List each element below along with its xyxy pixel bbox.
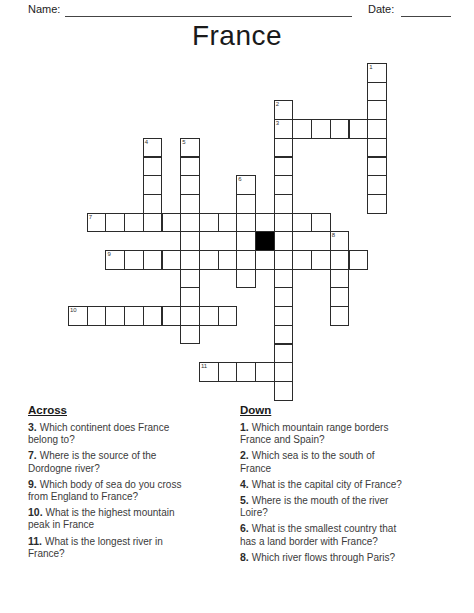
grid-cell[interactable]: 6 [236, 175, 256, 195]
grid-cell[interactable] [236, 231, 256, 251]
grid-cell[interactable] [105, 306, 125, 326]
name-label: Name: [28, 3, 60, 15]
grid-cell[interactable] [367, 100, 387, 120]
grid-cell[interactable] [218, 213, 238, 233]
down-clues-section: Down 1. Which mountain range bordersFran… [240, 404, 445, 567]
crossword-grid: 1234567891011 [68, 63, 387, 401]
grid-cell[interactable] [180, 175, 200, 195]
grid-cell[interactable] [143, 250, 163, 270]
grid-cell[interactable] [199, 213, 219, 233]
grid-cell[interactable]: 1 [367, 63, 387, 83]
grid-cell[interactable] [162, 213, 182, 233]
grid-cell[interactable] [274, 306, 294, 326]
clue-item: 2. Which sea is to the south ofFrance [240, 449, 445, 474]
grid-cell[interactable] [330, 250, 350, 270]
grid-cell[interactable] [274, 213, 294, 233]
grid-cell[interactable] [274, 344, 294, 364]
grid-cell[interactable] [180, 306, 200, 326]
grid-cell[interactable] [124, 250, 144, 270]
grid-cell[interactable] [255, 362, 275, 382]
grid-cell[interactable] [274, 287, 294, 307]
grid-cell[interactable] [236, 213, 256, 233]
cell-number: 11 [201, 363, 207, 370]
grid-cell[interactable] [255, 213, 275, 233]
grid-cell[interactable] [180, 250, 200, 270]
grid-cell[interactable] [218, 250, 238, 270]
grid-cell[interactable] [255, 250, 275, 270]
grid-cell[interactable] [124, 306, 144, 326]
grid-cell[interactable] [349, 119, 369, 139]
across-clues-section: Across 3. Which continent does Francebel… [28, 404, 218, 563]
grid-cell[interactable] [330, 287, 350, 307]
grid-cell[interactable] [143, 175, 163, 195]
grid-cell[interactable] [180, 157, 200, 177]
clue-item: 10. What is the highest mountainpeak in … [28, 506, 218, 531]
grid-cell[interactable] [87, 306, 107, 326]
grid-cell[interactable] [292, 250, 312, 270]
clue-item: 8. Which river flows through Paris? [240, 551, 445, 564]
grid-cell[interactable] [199, 250, 219, 270]
grid-cell[interactable] [218, 306, 238, 326]
grid-cell[interactable] [274, 381, 294, 401]
cell-number: 4 [145, 139, 148, 146]
black-cell [255, 231, 275, 251]
across-clue-list: 3. Which continent does Francebelong to?… [28, 421, 218, 560]
cell-number: 3 [276, 120, 279, 127]
grid-cell[interactable] [180, 231, 200, 251]
cell-number: 1 [369, 64, 372, 71]
clue-item: 1. Which mountain range bordersFrance an… [240, 421, 445, 446]
grid-cell[interactable] [236, 362, 256, 382]
grid-cell[interactable] [274, 175, 294, 195]
cell-number: 10 [70, 307, 77, 314]
grid-cell[interactable]: 11 [199, 362, 219, 382]
grid-cell[interactable]: 9 [105, 250, 125, 270]
grid-cell[interactable] [199, 306, 219, 326]
grid-cell[interactable] [236, 194, 256, 214]
clue-item: 3. Which continent does Francebelong to? [28, 421, 218, 446]
grid-cell[interactable] [274, 231, 294, 251]
grid-cell[interactable]: 5 [180, 138, 200, 158]
grid-cell[interactable] [311, 119, 331, 139]
clue-item: 7. Where is the source of theDordogne ri… [28, 449, 218, 474]
grid-cell[interactable] [162, 250, 182, 270]
clue-number: 10. [28, 506, 46, 518]
grid-cell[interactable]: 3 [274, 119, 294, 139]
clue-number: 2. [240, 449, 252, 461]
cell-number: 9 [107, 251, 110, 258]
grid-cell[interactable]: 2 [274, 100, 294, 120]
date-fill-line[interactable] [401, 3, 451, 17]
grid-cell[interactable] [311, 250, 331, 270]
grid-cell[interactable] [330, 269, 350, 289]
grid-cell[interactable] [124, 213, 144, 233]
clue-item: 4. What is the capital city of France? [240, 478, 445, 491]
grid-cell[interactable]: 10 [68, 306, 88, 326]
grid-cell[interactable] [330, 119, 350, 139]
grid-cell[interactable] [218, 362, 238, 382]
clue-item: 9. Which body of sea do you crossfrom En… [28, 478, 218, 503]
grid-cell[interactable] [274, 362, 294, 382]
grid-cell[interactable] [180, 194, 200, 214]
clue-number: 5. [240, 494, 252, 506]
down-heading: Down [240, 404, 445, 416]
clue-number: 7. [28, 449, 40, 461]
date-label: Date: [368, 3, 394, 15]
grid-cell[interactable] [292, 119, 312, 139]
grid-cell[interactable] [367, 175, 387, 195]
name-fill-line[interactable] [65, 3, 352, 17]
clue-item: 5. Where is the mouth of the riverLoire? [240, 494, 445, 519]
grid-cell[interactable] [143, 157, 163, 177]
grid-cell[interactable]: 7 [87, 213, 107, 233]
clue-number: 4. [240, 478, 252, 490]
cell-number: 5 [182, 139, 185, 146]
grid-cell[interactable] [236, 269, 256, 289]
clue-item: 6. What is the smallest country thathas … [240, 522, 445, 547]
across-heading: Across [28, 404, 218, 416]
clue-number: 9. [28, 478, 40, 490]
grid-cell[interactable] [274, 269, 294, 289]
grid-cell[interactable] [143, 306, 163, 326]
grid-cell[interactable] [292, 213, 312, 233]
grid-cell[interactable] [162, 306, 182, 326]
grid-cell[interactable] [105, 213, 125, 233]
cell-number: 8 [332, 232, 335, 239]
clue-number: 3. [28, 421, 40, 433]
grid-cell[interactable] [330, 306, 350, 326]
puzzle-title: France [0, 20, 474, 52]
clue-number: 8. [240, 551, 252, 563]
grid-cell[interactable] [367, 194, 387, 214]
clue-number: 11. [28, 535, 45, 547]
grid-cell[interactable] [143, 213, 163, 233]
grid-cell[interactable] [349, 250, 369, 270]
grid-cell[interactable] [274, 157, 294, 177]
grid-cell[interactable] [180, 325, 200, 345]
grid-cell[interactable] [274, 250, 294, 270]
grid-cell[interactable] [236, 250, 256, 270]
grid-cell[interactable] [180, 213, 200, 233]
grid-cell[interactable] [143, 194, 163, 214]
grid-cell[interactable]: 4 [143, 138, 163, 158]
cell-number: 6 [238, 176, 241, 183]
cell-number: 7 [89, 214, 92, 221]
grid-cell[interactable] [274, 194, 294, 214]
grid-cell[interactable] [274, 138, 294, 158]
grid-cell[interactable] [180, 269, 200, 289]
grid-cell[interactable] [180, 287, 200, 307]
clue-number: 1. [240, 421, 252, 433]
grid-cell[interactable] [274, 325, 294, 345]
clue-item: 11. What is the longest river inFrance? [28, 535, 218, 560]
clue-number: 6. [240, 522, 252, 534]
grid-cell[interactable] [367, 82, 387, 102]
grid-cell[interactable]: 8 [330, 231, 350, 251]
grid-cell[interactable] [367, 157, 387, 177]
cell-number: 2 [276, 101, 279, 108]
down-clue-list: 1. Which mountain range bordersFrance an… [240, 421, 445, 564]
grid-cell[interactable] [367, 119, 387, 139]
grid-cell[interactable] [367, 138, 387, 158]
grid-cell[interactable] [311, 213, 331, 233]
